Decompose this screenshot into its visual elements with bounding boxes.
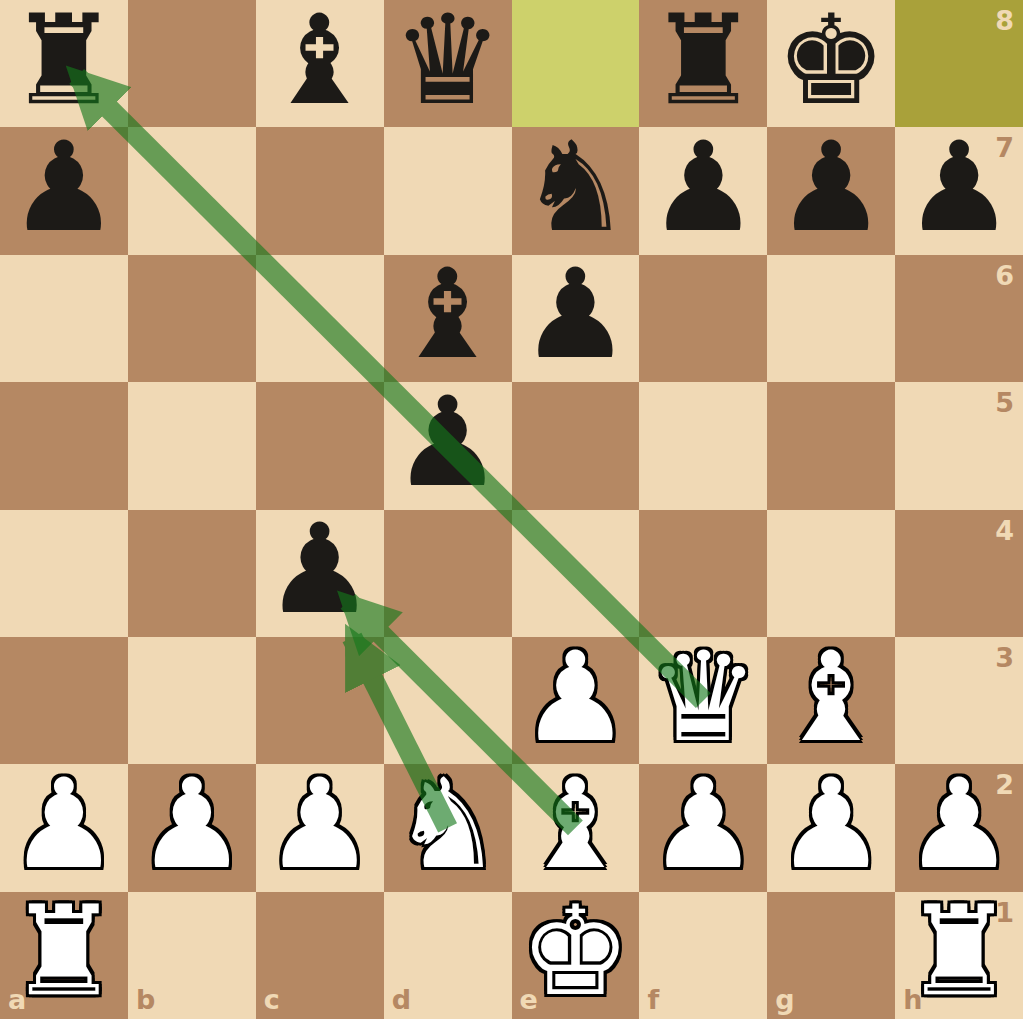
square-d7[interactable] bbox=[384, 127, 512, 254]
square-g3[interactable]: ♝ bbox=[767, 637, 895, 764]
square-e8[interactable] bbox=[512, 0, 640, 127]
coord-file-b: b bbox=[136, 986, 155, 1013]
square-h4[interactable]: 4 bbox=[895, 510, 1023, 637]
square-f6[interactable] bbox=[639, 255, 767, 382]
square-g1[interactable]: g bbox=[767, 892, 895, 1019]
square-d2[interactable]: ♞ bbox=[384, 764, 512, 891]
square-b6[interactable] bbox=[128, 255, 256, 382]
square-g4[interactable] bbox=[767, 510, 895, 637]
square-d3[interactable] bbox=[384, 637, 512, 764]
piece-black-knight[interactable]: ♞ bbox=[520, 125, 631, 249]
square-h2[interactable]: ♟2 bbox=[895, 764, 1023, 891]
square-b3[interactable] bbox=[128, 637, 256, 764]
square-b4[interactable] bbox=[128, 510, 256, 637]
piece-white-rook[interactable]: ♜ bbox=[903, 889, 1014, 1013]
square-c5[interactable] bbox=[256, 382, 384, 509]
square-d6[interactable]: ♝ bbox=[384, 255, 512, 382]
square-c7[interactable] bbox=[256, 127, 384, 254]
coord-file-f: f bbox=[647, 986, 659, 1013]
coord-file-c: c bbox=[264, 986, 280, 1013]
square-c2[interactable]: ♟ bbox=[256, 764, 384, 891]
square-g8[interactable]: ♚ bbox=[767, 0, 895, 127]
piece-white-pawn[interactable]: ♟ bbox=[264, 762, 375, 886]
coord-rank-5: 5 bbox=[995, 389, 1014, 416]
square-d8[interactable]: ♛ bbox=[384, 0, 512, 127]
square-e6[interactable]: ♟ bbox=[512, 255, 640, 382]
coord-file-g: g bbox=[775, 986, 794, 1013]
square-c8[interactable]: ♝ bbox=[256, 0, 384, 127]
square-h3[interactable]: 3 bbox=[895, 637, 1023, 764]
square-g2[interactable]: ♟ bbox=[767, 764, 895, 891]
square-g6[interactable] bbox=[767, 255, 895, 382]
square-e5[interactable] bbox=[512, 382, 640, 509]
square-f8[interactable]: ♜ bbox=[639, 0, 767, 127]
square-b2[interactable]: ♟ bbox=[128, 764, 256, 891]
square-h7[interactable]: ♟7 bbox=[895, 127, 1023, 254]
piece-black-bishop[interactable]: ♝ bbox=[392, 252, 503, 376]
piece-black-bishop[interactable]: ♝ bbox=[264, 0, 375, 122]
square-e1[interactable]: ♚e bbox=[512, 892, 640, 1019]
piece-white-knight[interactable]: ♞ bbox=[392, 762, 503, 886]
piece-black-king[interactable]: ♚ bbox=[776, 0, 887, 122]
square-b7[interactable] bbox=[128, 127, 256, 254]
chess-board-stage: ♜♝♛♜♚8♟♞♟♟♟7♝♟6♟5♟4♟♛♝3♟♟♟♞♝♟♟♟2♜abcd♚ef… bbox=[0, 0, 1023, 1019]
piece-black-pawn[interactable]: ♟ bbox=[520, 252, 631, 376]
square-h8[interactable]: 8 bbox=[895, 0, 1023, 127]
piece-black-pawn[interactable]: ♟ bbox=[648, 125, 759, 249]
piece-white-pawn[interactable]: ♟ bbox=[136, 762, 247, 886]
piece-white-queen[interactable]: ♛ bbox=[648, 635, 759, 759]
piece-black-pawn[interactable]: ♟ bbox=[264, 507, 375, 631]
square-c6[interactable] bbox=[256, 255, 384, 382]
square-c3[interactable] bbox=[256, 637, 384, 764]
square-a4[interactable] bbox=[0, 510, 128, 637]
square-f5[interactable] bbox=[639, 382, 767, 509]
square-b1[interactable]: b bbox=[128, 892, 256, 1019]
piece-black-queen[interactable]: ♛ bbox=[392, 0, 503, 122]
square-d1[interactable]: d bbox=[384, 892, 512, 1019]
square-h5[interactable]: 5 bbox=[895, 382, 1023, 509]
piece-black-pawn[interactable]: ♟ bbox=[392, 380, 503, 504]
square-e2[interactable]: ♝ bbox=[512, 764, 640, 891]
coord-rank-8: 8 bbox=[995, 7, 1014, 34]
chess-board: ♜♝♛♜♚8♟♞♟♟♟7♝♟6♟5♟4♟♛♝3♟♟♟♞♝♟♟♟2♜abcd♚ef… bbox=[0, 0, 1023, 1019]
piece-white-rook[interactable]: ♜ bbox=[8, 889, 119, 1013]
piece-black-pawn[interactable]: ♟ bbox=[776, 125, 887, 249]
square-g5[interactable] bbox=[767, 382, 895, 509]
square-a2[interactable]: ♟ bbox=[0, 764, 128, 891]
square-c4[interactable]: ♟ bbox=[256, 510, 384, 637]
piece-black-rook[interactable]: ♜ bbox=[8, 0, 119, 122]
piece-white-pawn[interactable]: ♟ bbox=[520, 635, 631, 759]
piece-white-pawn[interactable]: ♟ bbox=[903, 762, 1014, 886]
square-e7[interactable]: ♞ bbox=[512, 127, 640, 254]
coord-rank-3: 3 bbox=[995, 644, 1014, 671]
square-h6[interactable]: 6 bbox=[895, 255, 1023, 382]
square-a3[interactable] bbox=[0, 637, 128, 764]
piece-white-king[interactable]: ♚ bbox=[520, 889, 631, 1013]
square-d4[interactable] bbox=[384, 510, 512, 637]
square-a7[interactable]: ♟ bbox=[0, 127, 128, 254]
coord-file-d: d bbox=[392, 986, 411, 1013]
square-f3[interactable]: ♛ bbox=[639, 637, 767, 764]
square-a5[interactable] bbox=[0, 382, 128, 509]
square-c1[interactable]: c bbox=[256, 892, 384, 1019]
piece-black-rook[interactable]: ♜ bbox=[648, 0, 759, 122]
piece-white-bishop[interactable]: ♝ bbox=[520, 762, 631, 886]
square-e3[interactable]: ♟ bbox=[512, 637, 640, 764]
square-g7[interactable]: ♟ bbox=[767, 127, 895, 254]
square-f2[interactable]: ♟ bbox=[639, 764, 767, 891]
piece-black-pawn[interactable]: ♟ bbox=[8, 125, 119, 249]
square-f1[interactable]: f bbox=[639, 892, 767, 1019]
square-a6[interactable] bbox=[0, 255, 128, 382]
piece-black-pawn[interactable]: ♟ bbox=[903, 125, 1014, 249]
piece-white-bishop[interactable]: ♝ bbox=[776, 635, 887, 759]
square-d5[interactable]: ♟ bbox=[384, 382, 512, 509]
square-e4[interactable] bbox=[512, 510, 640, 637]
square-a1[interactable]: ♜a bbox=[0, 892, 128, 1019]
piece-white-pawn[interactable]: ♟ bbox=[648, 762, 759, 886]
square-f4[interactable] bbox=[639, 510, 767, 637]
coord-rank-6: 6 bbox=[995, 262, 1014, 289]
piece-white-pawn[interactable]: ♟ bbox=[776, 762, 887, 886]
coord-rank-4: 4 bbox=[995, 517, 1014, 544]
piece-white-pawn[interactable]: ♟ bbox=[8, 762, 119, 886]
square-b8[interactable] bbox=[128, 0, 256, 127]
square-f7[interactable]: ♟ bbox=[639, 127, 767, 254]
square-h1[interactable]: ♜h1 bbox=[895, 892, 1023, 1019]
square-b5[interactable] bbox=[128, 382, 256, 509]
square-a8[interactable]: ♜ bbox=[0, 0, 128, 127]
